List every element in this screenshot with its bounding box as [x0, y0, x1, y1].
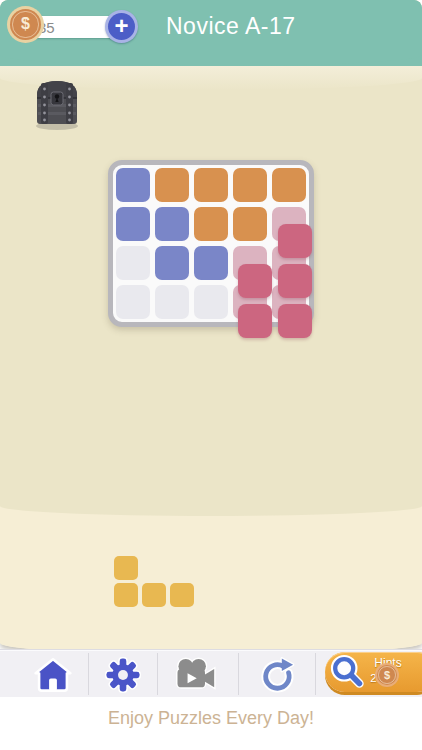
board-cell-blue — [194, 246, 228, 280]
hints-coin-icon: $ — [377, 665, 397, 685]
tray-piece-cell — [142, 583, 166, 607]
footer-message: Enjoy Puzzles Every Day! — [0, 708, 422, 729]
board-cell-orange — [194, 207, 228, 241]
tray-piece-cell — [114, 556, 138, 580]
treasure-chest-button[interactable] — [33, 77, 81, 131]
restart-button[interactable] — [249, 651, 305, 698]
phone-screen: 35 $ + Novice A-17 — [0, 0, 422, 750]
toolbar-divider — [315, 653, 316, 695]
dragged-piece-cell — [278, 304, 312, 338]
board-cell-blue — [155, 207, 189, 241]
dragged-piece-cell — [278, 224, 312, 258]
dragged-piece[interactable] — [238, 224, 352, 338]
tray-piece-cell — [170, 583, 194, 607]
header-bar: 35 $ + Novice A-17 — [0, 0, 422, 66]
video-button[interactable] — [166, 651, 222, 698]
home-icon — [33, 655, 73, 695]
board-cell-blue — [155, 246, 189, 280]
level-title: Novice A-17 — [166, 13, 296, 40]
board-cell-orange — [272, 168, 306, 202]
board-cell-orange — [233, 168, 267, 202]
coin-icon: $ — [10, 9, 41, 40]
toolbar-divider — [157, 653, 158, 695]
hints-coin-dollar-symbol: $ — [378, 666, 396, 684]
coin-balance-value: 35 — [38, 19, 88, 36]
board-cell-blue — [116, 168, 150, 202]
dragged-piece-cell — [238, 264, 272, 298]
plus-icon: + — [108, 13, 135, 40]
coin-dollar-symbol: $ — [12, 11, 38, 37]
settings-button[interactable] — [95, 651, 151, 698]
board-cell-empty — [194, 285, 228, 319]
board-cell-empty — [155, 285, 189, 319]
video-camera-icon — [172, 656, 216, 693]
hints-button[interactable]: Hints 20 $ — [325, 652, 422, 692]
toolbar-divider — [88, 653, 89, 695]
add-coins-button[interactable]: + — [105, 10, 138, 43]
home-button[interactable] — [25, 651, 81, 698]
bottom-toolbar: Hints 20 $ — [0, 650, 422, 698]
dragged-piece-cell — [238, 304, 272, 338]
tray-piece-cell — [114, 583, 138, 607]
board-cell-orange — [155, 168, 189, 202]
board-cell-empty — [116, 246, 150, 280]
toolbar-divider — [238, 653, 239, 695]
tray-piece[interactable] — [114, 556, 194, 608]
piece-tray — [0, 505, 422, 655]
board-cell-blue — [116, 207, 150, 241]
treasure-chest-icon — [33, 77, 81, 131]
gear-icon — [104, 656, 142, 694]
footer: Enjoy Puzzles Every Day! — [0, 697, 422, 750]
board-cell-orange — [194, 168, 228, 202]
dragged-piece-cell — [278, 264, 312, 298]
board-cell-empty — [116, 285, 150, 319]
restart-icon — [257, 655, 297, 695]
